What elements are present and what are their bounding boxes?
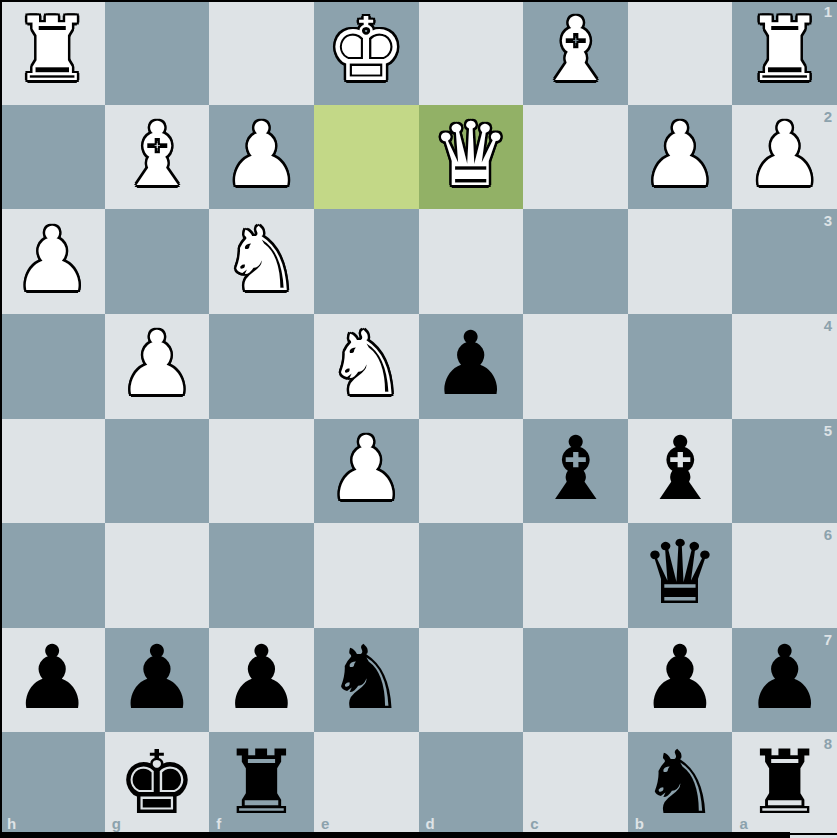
square-c4[interactable]	[523, 314, 628, 419]
square-g5[interactable]	[105, 419, 210, 524]
piece-bR-a8[interactable]: ♜	[745, 739, 824, 827]
piece-bP-f7[interactable]: ♟	[222, 634, 301, 722]
square-h3[interactable]: ♟	[0, 209, 105, 314]
square-e6[interactable]	[314, 523, 419, 628]
piece-bB-b5[interactable]: ♝	[641, 425, 720, 513]
square-g6[interactable]	[105, 523, 210, 628]
chess-board: ♜♚♝♜1♝♟♛♟♟2♟♞3♟♞♟4♟♝♝5♛6♟♟♟♞♟♟7h♚g♜fedc♞…	[0, 0, 837, 837]
rank-label-8: 8	[824, 736, 832, 751]
rank-label-5: 5	[824, 423, 832, 438]
piece-wN-f3[interactable]: ♞	[222, 216, 301, 304]
piece-wP-a2[interactable]: ♟	[745, 111, 824, 199]
square-b2[interactable]: ♟	[628, 105, 733, 210]
square-c1[interactable]: ♝	[523, 0, 628, 105]
square-c3[interactable]	[523, 209, 628, 314]
square-b5[interactable]: ♝	[628, 419, 733, 524]
square-h7[interactable]: ♟	[0, 628, 105, 733]
piece-bN-b8[interactable]: ♞	[641, 739, 720, 827]
square-d1[interactable]	[419, 0, 524, 105]
square-d7[interactable]	[419, 628, 524, 733]
square-b4[interactable]	[628, 314, 733, 419]
square-g7[interactable]: ♟	[105, 628, 210, 733]
board-top-border	[0, 0, 837, 2]
file-label-c: c	[530, 816, 538, 831]
square-g2[interactable]: ♝	[105, 105, 210, 210]
square-a2[interactable]: ♟2	[732, 105, 837, 210]
piece-wB-g2[interactable]: ♝	[117, 111, 196, 199]
square-b7[interactable]: ♟	[628, 628, 733, 733]
piece-bN-e7[interactable]: ♞	[327, 634, 406, 722]
square-b1[interactable]	[628, 0, 733, 105]
square-f6[interactable]	[209, 523, 314, 628]
square-e4[interactable]: ♞	[314, 314, 419, 419]
piece-wR-h1[interactable]: ♜	[13, 6, 92, 94]
piece-bP-g7[interactable]: ♟	[117, 634, 196, 722]
square-d2[interactable]: ♛	[419, 105, 524, 210]
board-left-border	[0, 0, 2, 838]
square-e2[interactable]	[314, 105, 419, 210]
square-b3[interactable]	[628, 209, 733, 314]
square-b6[interactable]: ♛	[628, 523, 733, 628]
file-label-e: e	[321, 816, 329, 831]
square-a4[interactable]: 4	[732, 314, 837, 419]
square-f5[interactable]	[209, 419, 314, 524]
square-g3[interactable]	[105, 209, 210, 314]
rank-label-6: 6	[824, 527, 832, 542]
piece-bP-d4[interactable]: ♟	[431, 320, 510, 408]
square-f2[interactable]: ♟	[209, 105, 314, 210]
square-c2[interactable]	[523, 105, 628, 210]
piece-wB-c1[interactable]: ♝	[536, 6, 615, 94]
square-c6[interactable]	[523, 523, 628, 628]
square-e1[interactable]: ♚	[314, 0, 419, 105]
square-h1[interactable]: ♜	[0, 0, 105, 105]
square-a7[interactable]: ♟7	[732, 628, 837, 733]
piece-wP-g4[interactable]: ♟	[117, 320, 196, 408]
piece-bP-h7[interactable]: ♟	[13, 634, 92, 722]
square-a5[interactable]: 5	[732, 419, 837, 524]
file-label-d: d	[426, 816, 435, 831]
square-f3[interactable]: ♞	[209, 209, 314, 314]
square-h6[interactable]	[0, 523, 105, 628]
piece-bK-g8[interactable]: ♚	[117, 739, 196, 827]
piece-wK-e1[interactable]: ♚	[327, 6, 406, 94]
piece-wN-e4[interactable]: ♞	[327, 320, 406, 408]
file-label-b: b	[635, 816, 644, 831]
square-g4[interactable]: ♟	[105, 314, 210, 419]
square-a8[interactable]: ♜8a	[732, 732, 837, 837]
piece-bR-f8[interactable]: ♜	[222, 739, 301, 827]
piece-wQ-d2[interactable]: ♛	[431, 111, 510, 199]
piece-bP-a7[interactable]: ♟	[745, 634, 824, 722]
square-c8[interactable]: c	[523, 732, 628, 837]
rank-label-4: 4	[824, 318, 832, 333]
square-h4[interactable]	[0, 314, 105, 419]
file-label-a: a	[739, 816, 747, 831]
board-bottom-border	[0, 832, 790, 838]
piece-bP-b7[interactable]: ♟	[641, 634, 720, 722]
square-f4[interactable]	[209, 314, 314, 419]
piece-wP-e5[interactable]: ♟	[327, 425, 406, 513]
square-c5[interactable]: ♝	[523, 419, 628, 524]
square-g1[interactable]	[105, 0, 210, 105]
square-f8[interactable]: ♜f	[209, 732, 314, 837]
square-e5[interactable]: ♟	[314, 419, 419, 524]
piece-wP-b2[interactable]: ♟	[641, 111, 720, 199]
file-label-h: h	[7, 816, 16, 831]
piece-bB-c5[interactable]: ♝	[536, 425, 615, 513]
square-f1[interactable]	[209, 0, 314, 105]
square-h8[interactable]: h	[0, 732, 105, 837]
piece-wR-a1[interactable]: ♜	[745, 6, 824, 94]
rank-label-1: 1	[824, 4, 832, 19]
rank-label-3: 3	[824, 213, 832, 228]
chess-board-stage: ♜♚♝♜1♝♟♛♟♟2♟♞3♟♞♟4♟♝♝5♛6♟♟♟♞♟♟7h♚g♜fedc♞…	[0, 0, 837, 838]
square-d4[interactable]: ♟	[419, 314, 524, 419]
square-d8[interactable]: d	[419, 732, 524, 837]
file-label-g: g	[112, 816, 121, 831]
square-e8[interactable]: e	[314, 732, 419, 837]
file-label-f: f	[216, 816, 221, 831]
rank-label-7: 7	[824, 632, 832, 647]
square-a3[interactable]: 3	[732, 209, 837, 314]
square-h5[interactable]	[0, 419, 105, 524]
square-d5[interactable]	[419, 419, 524, 524]
square-d6[interactable]	[419, 523, 524, 628]
piece-bQ-b6[interactable]: ♛	[641, 529, 720, 617]
square-f7[interactable]: ♟	[209, 628, 314, 733]
piece-wP-h3[interactable]: ♟	[13, 216, 92, 304]
square-e7[interactable]: ♞	[314, 628, 419, 733]
rank-label-2: 2	[824, 109, 832, 124]
square-b8[interactable]: ♞b	[628, 732, 733, 837]
square-e3[interactable]	[314, 209, 419, 314]
square-c7[interactable]	[523, 628, 628, 733]
piece-wP-f2[interactable]: ♟	[222, 111, 301, 199]
square-a6[interactable]: 6	[732, 523, 837, 628]
square-g8[interactable]: ♚g	[105, 732, 210, 837]
square-d3[interactable]	[419, 209, 524, 314]
square-a1[interactable]: ♜1	[732, 0, 837, 105]
square-h2[interactable]	[0, 105, 105, 210]
